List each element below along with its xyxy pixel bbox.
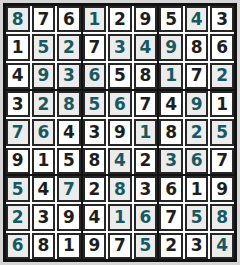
cell-r7c2[interactable]: 4 (32, 176, 56, 202)
sudoku-box-5: 567391842 (83, 91, 158, 174)
cell-r1c4-given[interactable]: 1 (83, 6, 107, 32)
sudoku-box-3: 543986172 (159, 6, 234, 89)
cell-r7c9[interactable]: 9 (210, 176, 234, 202)
sudoku-box-4: 328764915 (6, 91, 81, 174)
cell-r3c1[interactable]: 4 (6, 63, 30, 89)
cell-r4c2-given[interactable]: 2 (32, 91, 56, 117)
cell-r2c9[interactable]: 6 (210, 34, 234, 60)
cell-r9c7[interactable]: 2 (159, 233, 183, 259)
cell-r5c2-given[interactable]: 6 (32, 119, 56, 145)
cell-r6c7-given[interactable]: 3 (159, 148, 183, 174)
cell-r5c6-given[interactable]: 1 (134, 119, 158, 145)
cell-r2c4[interactable]: 7 (83, 34, 107, 60)
cell-r8c1-given[interactable]: 2 (6, 204, 30, 230)
cell-r2c6-given[interactable]: 4 (134, 34, 158, 60)
cell-r3c8[interactable]: 7 (185, 63, 209, 89)
cell-r2c1[interactable]: 1 (6, 34, 30, 60)
cell-r9c1-given[interactable]: 6 (6, 233, 30, 259)
cell-r6c9[interactable]: 7 (210, 148, 234, 174)
cell-r9c5[interactable]: 7 (108, 233, 132, 259)
cell-r1c2[interactable]: 7 (32, 6, 56, 32)
cell-r4c1[interactable]: 3 (6, 91, 30, 117)
cell-r5c9-given[interactable]: 5 (210, 119, 234, 145)
cell-r8c7[interactable]: 7 (159, 204, 183, 230)
cell-r7c8[interactable]: 1 (185, 176, 209, 202)
cell-r5c5[interactable]: 9 (108, 119, 132, 145)
sudoku-box-8: 283416975 (83, 176, 158, 259)
cell-r8c9-given[interactable]: 8 (210, 204, 234, 230)
cell-r4c4-given[interactable]: 5 (83, 91, 107, 117)
board-frame: 8761524931297346585439861723287649155673… (0, 0, 240, 265)
cell-r1c1-given[interactable]: 8 (6, 6, 30, 32)
cell-r1c9[interactable]: 3 (210, 6, 234, 32)
cell-r2c7-given[interactable]: 9 (159, 34, 183, 60)
cell-r2c2-given[interactable]: 5 (32, 34, 56, 60)
cell-r2c8[interactable]: 8 (185, 34, 209, 60)
cell-r7c6[interactable]: 3 (134, 176, 158, 202)
cell-r2c5-given[interactable]: 3 (108, 34, 132, 60)
sudoku-board: 8761524931297346585439861723287649155673… (3, 3, 237, 262)
sudoku-box-7: 547239681 (6, 176, 81, 259)
cell-r7c3-given[interactable]: 7 (57, 176, 81, 202)
cell-r9c3[interactable]: 1 (57, 233, 81, 259)
cell-r6c2[interactable]: 1 (32, 148, 56, 174)
cell-r3c9-given[interactable]: 2 (210, 63, 234, 89)
cell-r3c6[interactable]: 8 (134, 63, 158, 89)
cell-r5c3[interactable]: 4 (57, 119, 81, 145)
cell-r5c1-given[interactable]: 7 (6, 119, 30, 145)
cell-r8c6-given[interactable]: 6 (134, 204, 158, 230)
cell-r7c7[interactable]: 6 (159, 176, 183, 202)
cell-r3c7-given[interactable]: 1 (159, 63, 183, 89)
cell-r5c8-given[interactable]: 2 (185, 119, 209, 145)
cell-r8c8-given[interactable]: 5 (185, 204, 209, 230)
cell-r8c3[interactable]: 9 (57, 204, 81, 230)
cell-r1c3[interactable]: 6 (57, 6, 81, 32)
cell-r3c5[interactable]: 5 (108, 63, 132, 89)
sudoku-box-9: 619758234 (159, 176, 234, 259)
cell-r4c5-given[interactable]: 6 (108, 91, 132, 117)
cell-r9c6-given[interactable]: 5 (134, 233, 158, 259)
cell-r4c7[interactable]: 4 (159, 91, 183, 117)
cell-r5c7[interactable]: 8 (159, 119, 183, 145)
cell-r8c5-given[interactable]: 1 (108, 204, 132, 230)
cell-r9c9-given[interactable]: 4 (210, 233, 234, 259)
cell-r6c3[interactable]: 5 (57, 148, 81, 174)
cell-r7c4[interactable]: 2 (83, 176, 107, 202)
cell-r9c2[interactable]: 8 (32, 233, 56, 259)
cell-r1c5[interactable]: 2 (108, 6, 132, 32)
cell-r3c4-given[interactable]: 6 (83, 63, 107, 89)
cell-r7c5-given[interactable]: 8 (108, 176, 132, 202)
cell-r4c9[interactable]: 1 (210, 91, 234, 117)
cell-r9c4[interactable]: 9 (83, 233, 107, 259)
cell-r6c4[interactable]: 8 (83, 148, 107, 174)
cell-r9c8[interactable]: 3 (185, 233, 209, 259)
cell-r1c8-given[interactable]: 4 (185, 6, 209, 32)
cell-r7c1-given[interactable]: 5 (6, 176, 30, 202)
cell-r3c2-given[interactable]: 9 (32, 63, 56, 89)
sudoku-box-2: 129734658 (83, 6, 158, 89)
cell-r8c4[interactable]: 4 (83, 204, 107, 230)
cell-r5c4[interactable]: 3 (83, 119, 107, 145)
cell-r1c7[interactable]: 5 (159, 6, 183, 32)
cell-r4c6[interactable]: 7 (134, 91, 158, 117)
cell-r8c2[interactable]: 3 (32, 204, 56, 230)
cell-r2c3-given[interactable]: 2 (57, 34, 81, 60)
cell-r6c5-given[interactable]: 4 (108, 148, 132, 174)
cell-r1c6[interactable]: 9 (134, 6, 158, 32)
cell-r6c6[interactable]: 2 (134, 148, 158, 174)
sudoku-box-6: 491825367 (159, 91, 234, 174)
cell-r4c8-given[interactable]: 9 (185, 91, 209, 117)
sudoku-box-1: 876152493 (6, 6, 81, 89)
cell-r6c8-given[interactable]: 6 (185, 148, 209, 174)
cell-r4c3-given[interactable]: 8 (57, 91, 81, 117)
cell-r3c3-given[interactable]: 3 (57, 63, 81, 89)
cell-r6c1[interactable]: 9 (6, 148, 30, 174)
